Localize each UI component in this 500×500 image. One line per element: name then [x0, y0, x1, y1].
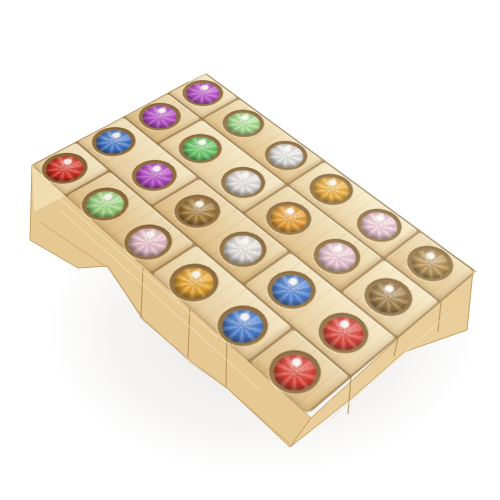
gem-r1-c4-pink	[310, 236, 363, 277]
gem-r2-c5-red	[315, 310, 372, 357]
gem-r2-c1-purple	[129, 158, 180, 193]
gem-r0-c0-purple	[180, 78, 226, 108]
gem-r1-c1-green	[176, 132, 225, 165]
product-photo-wooden-gem-blocks	[0, 0, 500, 500]
gem-r1-c5-smoky-brown	[361, 275, 416, 318]
gem-r1-c2-silver	[218, 165, 268, 201]
gem-r2-c4-blue	[264, 268, 319, 311]
gem-r2-c0-blue	[89, 125, 139, 158]
gem-r1-c3-orange	[263, 200, 315, 238]
gem-r2-c3-silver	[216, 229, 270, 269]
gem-r1-c0-purple	[136, 101, 184, 132]
gem-r2-c2-amber-brown	[171, 192, 223, 230]
